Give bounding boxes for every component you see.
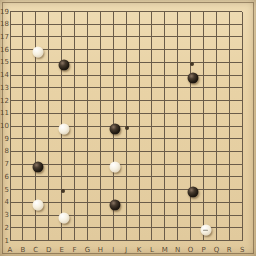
black-stone[interactable] (110, 199, 121, 210)
white-stone[interactable] (200, 225, 211, 236)
black-stone[interactable] (187, 72, 198, 83)
grid-line-horizontal (10, 189, 242, 190)
row-label: 12 (0, 97, 9, 104)
column-label: R (227, 247, 232, 254)
column-label: D (46, 247, 51, 254)
row-label: 1 (5, 237, 9, 244)
column-label: E (59, 247, 63, 254)
row-label: 16 (0, 46, 9, 53)
column-label: O (188, 247, 194, 254)
grid-line-horizontal (10, 202, 242, 203)
last-move-marker (203, 230, 208, 232)
star-point-dot (61, 189, 65, 193)
go-board[interactable]: ABCDEFGHIJKLMNOPQRS191817161514131211109… (0, 0, 256, 256)
row-label: 4 (5, 199, 9, 206)
column-label: K (137, 247, 142, 254)
star-point-dot (125, 126, 129, 130)
column-label: L (150, 247, 154, 254)
column-label: C (33, 247, 38, 254)
black-stone[interactable] (58, 59, 69, 70)
row-label: 11 (0, 110, 9, 117)
white-stone[interactable] (58, 212, 69, 223)
column-label: H (98, 247, 103, 254)
column-label: I (112, 247, 114, 254)
grid-line-horizontal (10, 151, 242, 152)
row-label: 7 (5, 161, 9, 168)
column-label: F (72, 247, 76, 254)
grid-line-vertical (139, 12, 140, 241)
grid-line-vertical (203, 12, 204, 241)
grid-line-horizontal (10, 240, 242, 241)
grid-line-vertical (177, 12, 178, 241)
grid-line-vertical (151, 12, 152, 241)
white-stone[interactable] (58, 123, 69, 134)
grid-line-vertical (229, 12, 230, 241)
row-label: 15 (0, 59, 9, 66)
row-label: 10 (0, 123, 9, 130)
grid-line-horizontal (10, 176, 242, 177)
column-label: B (20, 247, 25, 254)
row-label: 19 (0, 8, 9, 15)
white-stone[interactable] (32, 47, 43, 58)
white-stone[interactable] (110, 161, 121, 172)
row-label: 13 (0, 84, 9, 91)
column-label: J (125, 247, 127, 254)
column-label: N (175, 247, 180, 254)
column-label: Q (214, 247, 220, 254)
column-label: A (8, 247, 13, 254)
white-stone[interactable] (32, 199, 43, 210)
black-stone[interactable] (32, 161, 43, 172)
column-label: M (162, 247, 168, 254)
column-label: S (240, 247, 244, 254)
grid-line-vertical (164, 12, 165, 241)
row-label: 9 (5, 135, 9, 142)
column-label: G (85, 247, 90, 254)
grid-line-vertical (190, 12, 191, 241)
grid-line-horizontal (10, 164, 242, 165)
row-label: 2 (5, 224, 9, 231)
star-point-dot (190, 62, 194, 66)
grid-line-horizontal (10, 215, 242, 216)
black-stone[interactable] (110, 123, 121, 134)
row-label: 5 (5, 186, 9, 193)
row-label: 14 (0, 72, 9, 79)
grid-line-vertical (242, 12, 243, 241)
row-label: 17 (0, 33, 9, 40)
row-label: 6 (5, 173, 9, 180)
row-label: 8 (5, 148, 9, 155)
column-label: P (201, 247, 205, 254)
row-label: 18 (0, 21, 9, 28)
black-stone[interactable] (187, 187, 198, 198)
grid-line-vertical (216, 12, 217, 241)
grid-line-horizontal (10, 138, 242, 139)
row-label: 3 (5, 212, 9, 219)
